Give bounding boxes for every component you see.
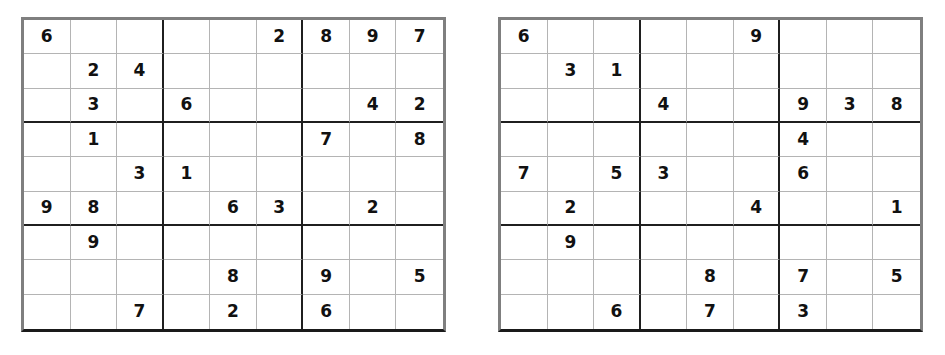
cell-r1c5[interactable] [687,20,734,54]
cell-r2c7[interactable] [780,54,827,88]
cell-r9c2[interactable] [548,295,595,329]
cell-r3c2[interactable]: 3 [71,89,118,123]
cell-r2c2[interactable]: 3 [548,54,595,88]
cell-r9c1[interactable] [24,295,71,329]
cell-r8c1[interactable] [501,260,548,294]
cell-r7c5[interactable] [687,226,734,260]
cell-r3c1[interactable] [24,89,71,123]
cell-r1c4[interactable] [164,20,211,54]
cell-r7c8[interactable] [827,226,874,260]
cell-r2c8[interactable] [827,54,874,88]
cell-r4c4[interactable] [641,123,688,157]
cell-r8c5[interactable]: 8 [210,260,257,294]
cell-r1c7[interactable]: 8 [303,20,350,54]
cell-r1c9[interactable]: 7 [396,20,443,54]
cell-r8c2[interactable] [548,260,595,294]
cell-r6c1[interactable]: 9 [24,192,71,226]
cell-r5c7[interactable]: 6 [780,157,827,191]
cell-r5c5[interactable] [687,157,734,191]
cell-r3c6[interactable] [257,89,304,123]
cell-r1c8[interactable] [827,20,874,54]
cell-r2c7[interactable] [303,54,350,88]
cell-r9c8[interactable] [350,295,397,329]
cell-r8c3[interactable] [594,260,641,294]
cell-r9c5[interactable]: 2 [210,295,257,329]
cell-r8c8[interactable] [350,260,397,294]
cell-r4c6[interactable] [734,123,781,157]
cell-r2c9[interactable] [396,54,443,88]
cell-r4c9[interactable]: 8 [396,123,443,157]
cell-r2c6[interactable] [257,54,304,88]
cell-r6c8[interactable] [827,192,874,226]
cell-r7c9[interactable] [396,226,443,260]
cell-r5c9[interactable] [396,157,443,191]
cell-r2c1[interactable] [501,54,548,88]
cell-r7c2[interactable]: 9 [548,226,595,260]
cell-r9c4[interactable] [641,295,688,329]
cell-r6c7[interactable] [780,192,827,226]
cell-r5c4[interactable]: 3 [641,157,688,191]
cell-r5c6[interactable] [257,157,304,191]
cell-r7c6[interactable] [734,226,781,260]
cell-r6c7[interactable] [303,192,350,226]
cell-r1c9[interactable] [873,20,920,54]
cell-r3c3[interactable] [117,89,164,123]
cell-r6c6[interactable]: 3 [257,192,304,226]
cell-r9c3[interactable]: 6 [594,295,641,329]
cell-r7c2[interactable]: 9 [71,226,118,260]
cell-r8c4[interactable] [641,260,688,294]
cell-r4c6[interactable] [257,123,304,157]
cell-r1c1[interactable]: 6 [24,20,71,54]
cell-r3c7[interactable] [303,89,350,123]
cell-r7c8[interactable] [350,226,397,260]
cell-r9c6[interactable] [257,295,304,329]
cell-r4c2[interactable] [548,123,595,157]
cell-r4c1[interactable] [501,123,548,157]
cell-r7c3[interactable] [594,226,641,260]
cell-r5c3[interactable]: 3 [117,157,164,191]
cell-r3c9[interactable]: 8 [873,89,920,123]
cell-r4c3[interactable] [117,123,164,157]
cell-r9c9[interactable] [396,295,443,329]
cell-r4c8[interactable] [827,123,874,157]
cell-r2c4[interactable] [164,54,211,88]
cell-r3c4[interactable]: 4 [641,89,688,123]
cell-r9c5[interactable]: 7 [687,295,734,329]
cell-r9c6[interactable] [734,295,781,329]
cell-r5c2[interactable] [71,157,118,191]
cell-r7c7[interactable] [303,226,350,260]
cell-r8c9[interactable]: 5 [396,260,443,294]
cell-r7c5[interactable] [210,226,257,260]
cell-r1c6[interactable]: 2 [257,20,304,54]
cell-r3c8[interactable]: 4 [350,89,397,123]
cell-r1c3[interactable] [594,20,641,54]
cell-r4c7[interactable]: 7 [303,123,350,157]
cell-r3c7[interactable]: 9 [780,89,827,123]
cell-r7c1[interactable] [501,226,548,260]
cell-r2c6[interactable] [734,54,781,88]
cell-r3c4[interactable]: 6 [164,89,211,123]
cell-r8c8[interactable] [827,260,874,294]
cell-r3c9[interactable]: 2 [396,89,443,123]
cell-r6c3[interactable] [117,192,164,226]
cell-r8c2[interactable] [71,260,118,294]
cell-r2c5[interactable] [687,54,734,88]
cell-r4c9[interactable] [873,123,920,157]
cell-r2c9[interactable] [873,54,920,88]
cell-r2c3[interactable]: 4 [117,54,164,88]
cell-r5c2[interactable] [548,157,595,191]
cell-r9c4[interactable] [164,295,211,329]
cell-r5c9[interactable] [873,157,920,191]
cell-r8c1[interactable] [24,260,71,294]
cell-r3c3[interactable] [594,89,641,123]
cell-r8c7[interactable]: 9 [303,260,350,294]
cell-r5c8[interactable] [350,157,397,191]
cell-r6c5[interactable]: 6 [210,192,257,226]
cell-r7c1[interactable] [24,226,71,260]
cell-r1c4[interactable] [641,20,688,54]
cell-r2c3[interactable]: 1 [594,54,641,88]
cell-r4c3[interactable] [594,123,641,157]
cell-r6c3[interactable] [594,192,641,226]
cell-r5c8[interactable] [827,157,874,191]
cell-r1c2[interactable] [548,20,595,54]
cell-r5c4[interactable]: 1 [164,157,211,191]
cell-r3c2[interactable] [548,89,595,123]
cell-r6c4[interactable] [164,192,211,226]
cell-r9c3[interactable]: 7 [117,295,164,329]
cell-r9c8[interactable] [827,295,874,329]
cell-r2c4[interactable] [641,54,688,88]
cell-r2c1[interactable] [24,54,71,88]
cell-r8c9[interactable]: 5 [873,260,920,294]
cell-r4c5[interactable] [687,123,734,157]
cell-r7c4[interactable] [641,226,688,260]
cell-r5c1[interactable]: 7 [501,157,548,191]
cell-r3c6[interactable] [734,89,781,123]
cell-r7c6[interactable] [257,226,304,260]
cell-r9c1[interactable] [501,295,548,329]
cell-r6c6[interactable]: 4 [734,192,781,226]
cell-r2c8[interactable] [350,54,397,88]
cell-r4c2[interactable]: 1 [71,123,118,157]
cell-r6c4[interactable] [641,192,688,226]
cell-r1c3[interactable] [117,20,164,54]
cell-r6c2[interactable]: 8 [71,192,118,226]
cell-r7c9[interactable] [873,226,920,260]
cell-r1c7[interactable] [780,20,827,54]
cell-r1c2[interactable] [71,20,118,54]
cell-r6c1[interactable] [501,192,548,226]
cell-r5c3[interactable]: 5 [594,157,641,191]
cell-r8c6[interactable] [734,260,781,294]
cell-r5c5[interactable] [210,157,257,191]
cell-r1c1[interactable]: 6 [501,20,548,54]
cell-r6c2[interactable]: 2 [548,192,595,226]
cell-r8c4[interactable] [164,260,211,294]
cell-r6c9[interactable] [396,192,443,226]
cell-r9c9[interactable] [873,295,920,329]
cell-r1c6[interactable]: 9 [734,20,781,54]
cell-r9c7[interactable]: 3 [780,295,827,329]
sudoku-sheet: 6289724364217831986329895726 69314938475… [0,0,945,355]
cell-r5c7[interactable] [303,157,350,191]
cell-r7c3[interactable] [117,226,164,260]
cell-r5c1[interactable] [24,157,71,191]
sudoku-board-left: 6289724364217831986329895726 [21,17,446,332]
cell-r4c5[interactable] [210,123,257,157]
cell-r3c8[interactable]: 3 [827,89,874,123]
cell-r1c5[interactable] [210,20,257,54]
cell-r2c5[interactable] [210,54,257,88]
cell-r2c2[interactable]: 2 [71,54,118,88]
cell-r4c7[interactable]: 4 [780,123,827,157]
cell-r7c4[interactable] [164,226,211,260]
cell-r3c5[interactable] [210,89,257,123]
cell-r3c5[interactable] [687,89,734,123]
cell-r8c7[interactable]: 7 [780,260,827,294]
cell-r8c6[interactable] [257,260,304,294]
cell-r6c5[interactable] [687,192,734,226]
cell-r4c4[interactable] [164,123,211,157]
cell-r7c7[interactable] [780,226,827,260]
cell-r6c8[interactable]: 2 [350,192,397,226]
cell-r3c1[interactable] [501,89,548,123]
cell-r8c5[interactable]: 8 [687,260,734,294]
cell-r1c8[interactable]: 9 [350,20,397,54]
cell-r5c6[interactable] [734,157,781,191]
cell-r9c2[interactable] [71,295,118,329]
cell-r4c1[interactable] [24,123,71,157]
cell-r9c7[interactable]: 6 [303,295,350,329]
cell-r4c8[interactable] [350,123,397,157]
cell-r8c3[interactable] [117,260,164,294]
cell-r6c9[interactable]: 1 [873,192,920,226]
sudoku-board-right: 69314938475362419875673 [498,17,923,332]
